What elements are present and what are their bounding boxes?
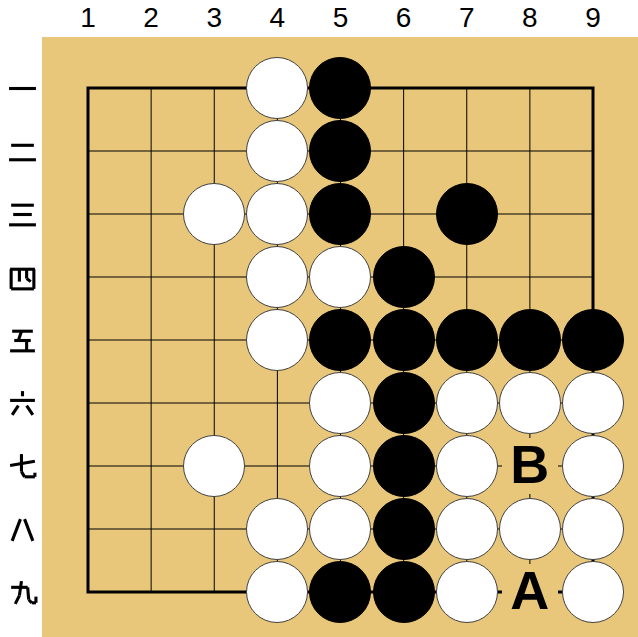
- intersection-3-7: [183, 435, 246, 498]
- kanji-6-glyph: [7, 388, 38, 419]
- kanji-3-glyph: [7, 199, 38, 230]
- intersection-7-5: [435, 309, 498, 372]
- intersection-6-5: [372, 309, 435, 372]
- intersection-6-8: [372, 498, 435, 561]
- point-label-patch-A: A: [502, 564, 558, 620]
- white-stone-4-8: [246, 498, 308, 560]
- column-label-4: 4: [256, 1, 298, 35]
- row-label-4: [4, 261, 40, 293]
- intersection-8-4: [498, 246, 561, 309]
- kanji-4-glyph: [7, 262, 38, 293]
- intersection-3-4: [183, 246, 246, 309]
- column-label-7: 7: [446, 1, 488, 35]
- intersection-1-9: [56, 561, 119, 624]
- kanji-2-glyph: [7, 136, 38, 167]
- row-label-2: [4, 135, 40, 167]
- intersection-5-5: [309, 309, 372, 372]
- intersection-1-1: [56, 57, 119, 120]
- intersection-1-6: [56, 372, 119, 435]
- white-stone-4-9: [246, 561, 308, 623]
- black-stone-6-4: [373, 246, 435, 308]
- intersection-3-2: [183, 120, 246, 183]
- intersection-2-7: [120, 435, 183, 498]
- black-stone-6-5: [373, 309, 435, 371]
- intersection-4-5: [246, 309, 309, 372]
- intersection-1-2: [56, 120, 119, 183]
- intersection-3-6: [183, 372, 246, 435]
- intersection-4-7: [246, 435, 309, 498]
- intersection-5-2: [309, 120, 372, 183]
- row-label-8: [4, 513, 40, 545]
- intersection-2-9: [120, 561, 183, 624]
- intersection-2-5: [120, 309, 183, 372]
- intersection-7-3: [435, 183, 498, 246]
- intersection-8-6: [498, 372, 561, 435]
- intersection-9-6: [561, 372, 624, 435]
- intersection-7-7: [435, 435, 498, 498]
- go-problem-diagram: 123456789 BA: [0, 0, 638, 637]
- intersection-9-2: [561, 120, 624, 183]
- white-stone-7-6: [436, 372, 498, 434]
- intersection-7-2: [435, 120, 498, 183]
- white-stone-5-8: [309, 498, 371, 560]
- intersection-6-9: [372, 561, 435, 624]
- white-stone-8-6: [499, 372, 561, 434]
- intersection-1-8: [56, 498, 119, 561]
- intersection-4-3: [246, 183, 309, 246]
- black-stone-5-9: [309, 561, 371, 623]
- white-stone-8-8: [499, 498, 561, 560]
- intersection-7-9: [435, 561, 498, 624]
- black-stone-8-5: [499, 309, 561, 371]
- intersection-7-1: [435, 57, 498, 120]
- intersection-9-8: [561, 498, 624, 561]
- column-label-8: 8: [509, 1, 551, 35]
- intersection-9-1: [561, 57, 624, 120]
- intersection-5-3: [309, 183, 372, 246]
- intersection-1-4: [56, 246, 119, 309]
- intersection-9-7: [561, 435, 624, 498]
- black-stone-7-5: [436, 309, 498, 371]
- white-stone-7-9: [436, 561, 498, 623]
- intersection-3-3: [183, 183, 246, 246]
- intersection-6-3: [372, 183, 435, 246]
- white-stone-4-2: [246, 120, 308, 182]
- intersection-2-8: [120, 498, 183, 561]
- intersection-5-6: [309, 372, 372, 435]
- row-label-9: [4, 576, 40, 608]
- row-label-3: [4, 198, 40, 230]
- intersection-5-7: [309, 435, 372, 498]
- intersection-5-4: [309, 246, 372, 309]
- intersection-8-9: A: [498, 561, 561, 624]
- intersection-6-6: [372, 372, 435, 435]
- intersection-5-9: [309, 561, 372, 624]
- column-label-6: 6: [383, 1, 425, 35]
- intersection-6-2: [372, 120, 435, 183]
- white-stone-3-3: [183, 183, 245, 245]
- column-label-3: 3: [193, 1, 235, 35]
- intersection-6-4: [372, 246, 435, 309]
- intersection-9-4: [561, 246, 624, 309]
- white-stone-7-7: [436, 435, 498, 497]
- white-stone-4-1: [246, 57, 308, 119]
- intersection-8-5: [498, 309, 561, 372]
- point-label-B: B: [510, 437, 549, 495]
- black-stone-6-6: [373, 372, 435, 434]
- intersection-4-2: [246, 120, 309, 183]
- white-stone-9-9: [562, 561, 624, 623]
- kanji-8-glyph: [7, 514, 38, 545]
- intersection-9-9: [561, 561, 624, 624]
- intersection-8-7: B: [498, 435, 561, 498]
- intersection-3-9: [183, 561, 246, 624]
- intersection-4-4: [246, 246, 309, 309]
- black-stone-6-9: [373, 561, 435, 623]
- intersection-8-8: [498, 498, 561, 561]
- white-stone-7-8: [436, 498, 498, 560]
- intersection-4-9: [246, 561, 309, 624]
- intersection-2-2: [120, 120, 183, 183]
- white-stone-5-4: [309, 246, 371, 308]
- intersection-8-1: [498, 57, 561, 120]
- white-stone-5-7: [309, 435, 371, 497]
- black-stone-6-7: [373, 435, 435, 497]
- intersection-6-1: [372, 57, 435, 120]
- black-stone-6-8: [373, 498, 435, 560]
- intersection-3-5: [183, 309, 246, 372]
- black-stone-5-3: [309, 183, 371, 245]
- intersection-1-7: [56, 435, 119, 498]
- column-label-9: 9: [572, 1, 614, 35]
- intersection-1-5: [56, 309, 119, 372]
- intersection-5-8: [309, 498, 372, 561]
- kanji-5-glyph: [7, 325, 38, 356]
- white-stone-3-7: [183, 435, 245, 497]
- intersection-9-5: [561, 309, 624, 372]
- intersection-8-3: [498, 183, 561, 246]
- black-stone-5-2: [309, 120, 371, 182]
- black-stone-9-5: [562, 309, 624, 371]
- white-stone-9-6: [562, 372, 624, 434]
- row-label-1: [4, 72, 40, 104]
- row-label-6: [4, 387, 40, 419]
- intersection-1-3: [56, 183, 119, 246]
- intersection-4-8: [246, 498, 309, 561]
- point-label-A: A: [510, 563, 549, 621]
- row-label-7: [4, 450, 40, 482]
- intersection-7-6: [435, 372, 498, 435]
- intersection-4-1: [246, 57, 309, 120]
- intersection-2-6: [120, 372, 183, 435]
- column-label-1: 1: [67, 1, 109, 35]
- intersection-6-7: [372, 435, 435, 498]
- white-stone-4-4: [246, 246, 308, 308]
- kanji-9-glyph: [7, 577, 38, 608]
- white-stone-4-3: [246, 183, 308, 245]
- white-stone-5-6: [309, 372, 371, 434]
- white-stone-4-5: [246, 309, 308, 371]
- row-label-5: [4, 324, 40, 356]
- black-stone-5-5: [309, 309, 371, 371]
- go-board: BA: [56, 57, 624, 624]
- white-stone-9-7: [562, 435, 624, 497]
- white-stone-9-8: [562, 498, 624, 560]
- intersection-3-1: [183, 57, 246, 120]
- intersection-2-3: [120, 183, 183, 246]
- column-label-5: 5: [320, 1, 362, 35]
- black-stone-5-1: [309, 57, 371, 119]
- kanji-1-glyph: [7, 73, 38, 104]
- point-label-patch-B: B: [502, 438, 558, 494]
- intersection-2-4: [120, 246, 183, 309]
- intersection-8-2: [498, 120, 561, 183]
- intersection-4-6: [246, 372, 309, 435]
- kanji-7-glyph: [7, 451, 38, 482]
- intersection-3-8: [183, 498, 246, 561]
- intersection-5-1: [309, 57, 372, 120]
- intersection-2-1: [120, 57, 183, 120]
- intersection-7-8: [435, 498, 498, 561]
- intersection-7-4: [435, 246, 498, 309]
- black-stone-7-3: [436, 183, 498, 245]
- intersection-9-3: [561, 183, 624, 246]
- column-label-2: 2: [130, 1, 172, 35]
